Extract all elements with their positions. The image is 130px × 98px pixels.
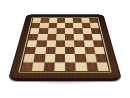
square-h1[interactable] xyxy=(96,62,108,71)
board-inlay-border xyxy=(18,17,111,72)
square-d2[interactable] xyxy=(55,54,65,62)
square-h2[interactable] xyxy=(95,54,107,62)
square-h4[interactable] xyxy=(93,40,104,47)
square-c1[interactable] xyxy=(43,62,54,71)
square-d4[interactable] xyxy=(55,40,65,47)
square-c3[interactable] xyxy=(45,47,55,54)
square-c4[interactable] xyxy=(46,40,56,47)
square-h3[interactable] xyxy=(94,47,105,54)
board-grid xyxy=(21,18,109,71)
square-e4[interactable] xyxy=(65,40,75,47)
square-d1[interactable] xyxy=(54,62,65,71)
square-d3[interactable] xyxy=(55,47,65,54)
square-e1[interactable] xyxy=(65,62,76,71)
square-c2[interactable] xyxy=(44,54,55,62)
product-photo-background xyxy=(0,0,130,98)
chess-board xyxy=(8,14,123,81)
square-e3[interactable] xyxy=(65,47,75,54)
square-e2[interactable] xyxy=(65,54,75,62)
